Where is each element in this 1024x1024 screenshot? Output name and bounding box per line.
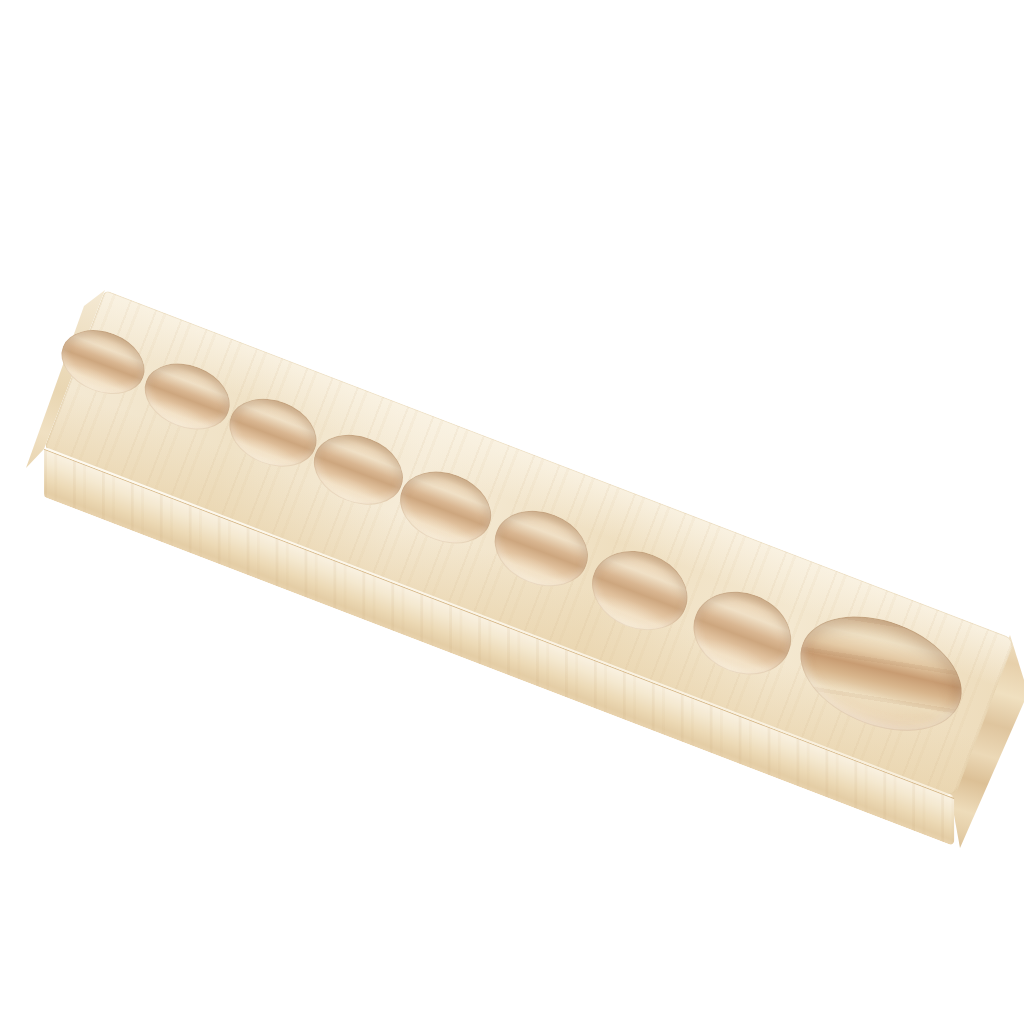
store-pit[interactable] <box>784 595 978 752</box>
pit-1[interactable] <box>52 319 154 406</box>
pit-5[interactable] <box>390 459 502 556</box>
pit-7[interactable] <box>580 538 699 644</box>
photo-background <box>0 0 1024 1024</box>
pit-8[interactable] <box>681 578 803 689</box>
pit-6[interactable] <box>484 498 599 600</box>
pit-2[interactable] <box>135 352 239 441</box>
pit-4[interactable] <box>304 422 414 517</box>
pit-3[interactable] <box>220 387 327 479</box>
wooden-board <box>44 290 1015 798</box>
